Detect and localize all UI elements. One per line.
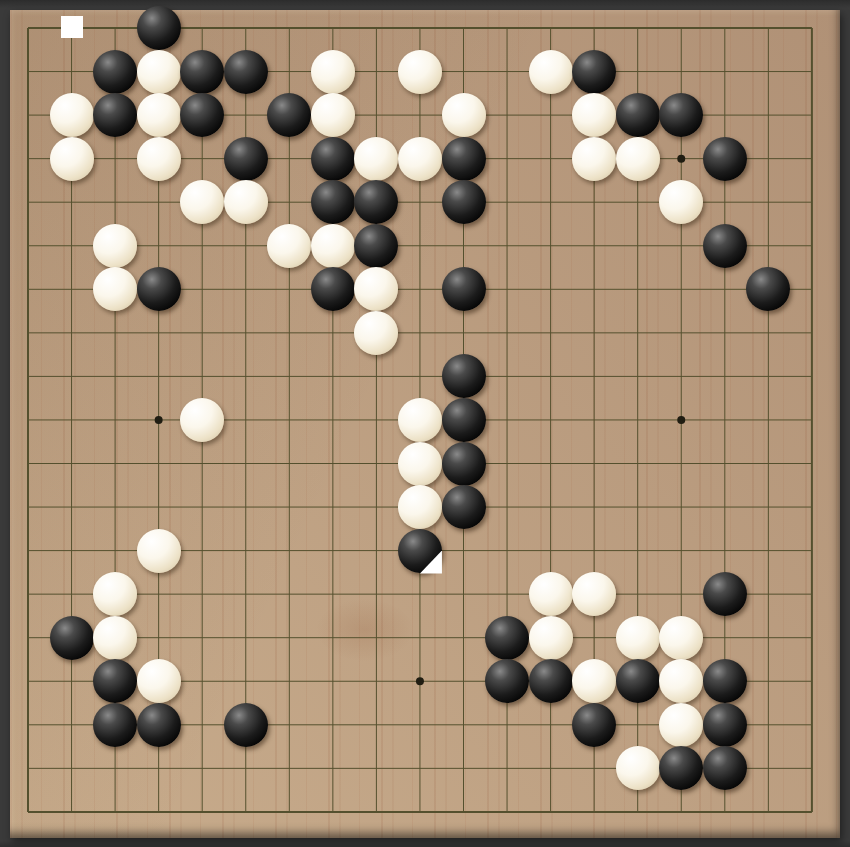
star-point xyxy=(416,677,424,685)
stone-white-C14 xyxy=(93,224,137,268)
stone-black-D13 xyxy=(137,267,181,311)
stone-white-K10 xyxy=(398,398,442,442)
stone-white-J16 xyxy=(354,137,398,181)
stone-white-D7 xyxy=(137,529,181,573)
stone-black-R14 xyxy=(703,224,747,268)
stone-black-M5 xyxy=(485,616,529,660)
stone-white-L17 xyxy=(442,93,486,137)
star-point xyxy=(155,416,163,424)
stone-black-D19 xyxy=(137,6,181,50)
stone-black-R3 xyxy=(703,703,747,747)
stone-white-H17 xyxy=(311,93,355,137)
stone-black-C18 xyxy=(93,50,137,94)
stone-white-D17 xyxy=(137,93,181,137)
stone-white-G14 xyxy=(267,224,311,268)
stone-black-F3 xyxy=(224,703,268,747)
stone-white-H18 xyxy=(311,50,355,94)
stone-black-N4 xyxy=(529,659,573,703)
stone-white-E10 xyxy=(180,398,224,442)
stone-black-P17 xyxy=(616,93,660,137)
star-point xyxy=(677,155,685,163)
stone-black-R2 xyxy=(703,746,747,790)
stone-white-B16 xyxy=(50,137,94,181)
stone-white-H14 xyxy=(311,224,355,268)
stone-black-J14 xyxy=(354,224,398,268)
stone-white-N5 xyxy=(529,616,573,660)
stone-black-M4 xyxy=(485,659,529,703)
stone-black-L13 xyxy=(442,267,486,311)
stone-white-D18 xyxy=(137,50,181,94)
stone-black-L15 xyxy=(442,180,486,224)
stone-white-C5 xyxy=(93,616,137,660)
stone-white-D4 xyxy=(137,659,181,703)
stone-black-E18 xyxy=(180,50,224,94)
stone-black-B5 xyxy=(50,616,94,660)
stone-black-L8 xyxy=(442,485,486,529)
stone-white-Q5 xyxy=(659,616,703,660)
stone-black-L9 xyxy=(442,442,486,486)
stone-black-E17 xyxy=(180,93,224,137)
stone-black-R16 xyxy=(703,137,747,181)
stone-white-F15 xyxy=(224,180,268,224)
stone-white-P16 xyxy=(616,137,660,181)
stone-white-J12 xyxy=(354,311,398,355)
stone-white-D16 xyxy=(137,137,181,181)
stone-white-O6 xyxy=(572,572,616,616)
stone-black-L10 xyxy=(442,398,486,442)
stone-black-D3 xyxy=(137,703,181,747)
stone-black-F18 xyxy=(224,50,268,94)
stone-black-P4 xyxy=(616,659,660,703)
stone-white-B17 xyxy=(50,93,94,137)
stone-black-H15 xyxy=(311,180,355,224)
window-frame xyxy=(0,0,850,847)
stone-white-P2 xyxy=(616,746,660,790)
stone-black-O3 xyxy=(572,703,616,747)
stone-black-R6 xyxy=(703,572,747,616)
stone-white-O16 xyxy=(572,137,616,181)
stone-black-C17 xyxy=(93,93,137,137)
stone-white-N6 xyxy=(529,572,573,616)
stone-white-C6 xyxy=(93,572,137,616)
stone-black-F16 xyxy=(224,137,268,181)
stone-white-K18 xyxy=(398,50,442,94)
star-point xyxy=(677,416,685,424)
stone-black-H16 xyxy=(311,137,355,181)
stone-white-P5 xyxy=(616,616,660,660)
stone-black-C3 xyxy=(93,703,137,747)
square-marker-B19 xyxy=(61,16,83,38)
stone-black-O18 xyxy=(572,50,616,94)
stone-white-K9 xyxy=(398,442,442,486)
stone-white-N18 xyxy=(529,50,573,94)
stone-black-L11 xyxy=(442,354,486,398)
stone-black-L16 xyxy=(442,137,486,181)
stone-white-K16 xyxy=(398,137,442,181)
stone-white-Q3 xyxy=(659,703,703,747)
stone-black-H13 xyxy=(311,267,355,311)
stone-white-O17 xyxy=(572,93,616,137)
stone-black-R4 xyxy=(703,659,747,703)
stone-white-K8 xyxy=(398,485,442,529)
go-board[interactable] xyxy=(10,10,840,838)
